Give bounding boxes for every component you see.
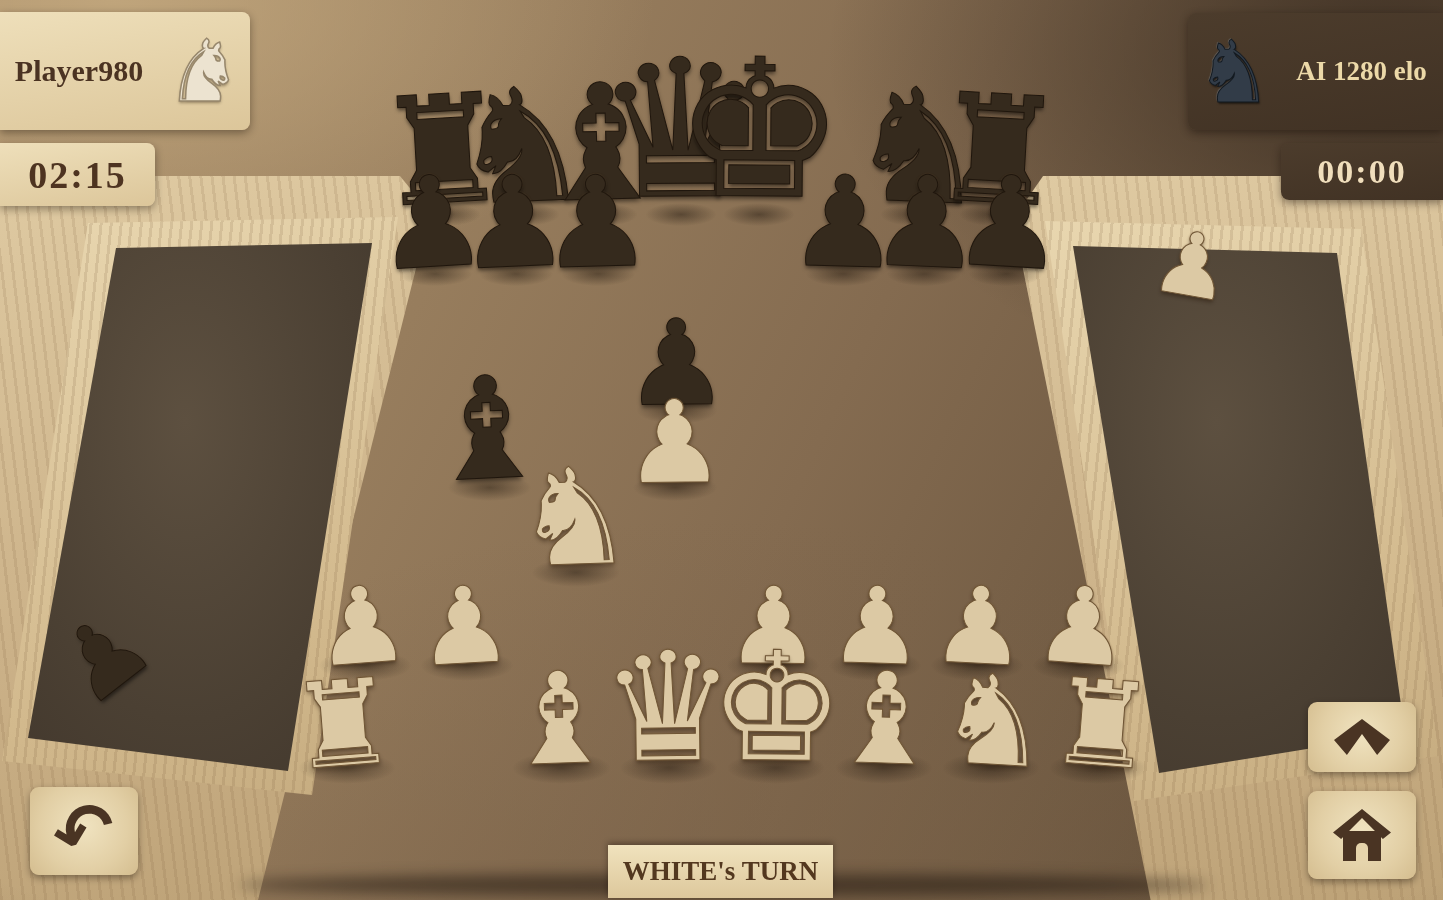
camera-up-button[interactable] — [1308, 702, 1416, 772]
square-f5[interactable] — [808, 378, 903, 453]
black-clock-time: 00:00 — [1317, 153, 1406, 191]
square-g6[interactable] — [887, 310, 981, 378]
file-label-bottom-b: B — [385, 834, 502, 876]
square-d3[interactable] — [622, 534, 722, 623]
piece-glyph: ♜ — [1045, 661, 1160, 787]
piece-glyph: ♞ — [512, 450, 636, 587]
file-label-bottom-f: F — [833, 834, 948, 876]
ai-player-panel: ♞ AI 1280 elo — [1188, 13, 1443, 130]
file-label-bottom-g: G — [944, 834, 1061, 876]
piece-glyph: ♝ — [826, 654, 944, 785]
legal-move-ring-d3[interactable]: ✳ — [634, 544, 711, 614]
square-f4[interactable] — [812, 453, 911, 534]
file-label-bottom-a: A — [273, 834, 392, 876]
white-player-name: Player980 — [0, 54, 158, 88]
white-clock-time: 02:15 — [28, 153, 127, 197]
ai-player-name: AI 1280 elo — [1280, 56, 1443, 87]
white-player-panel: Player980 ♞ — [0, 12, 250, 130]
undo-arrow-icon: ↶ — [45, 788, 123, 875]
file-label-bottom-c: C — [498, 834, 613, 876]
turn-banner-text: WHITE's TURN — [623, 856, 818, 887]
piece-glyph: ♚ — [708, 631, 845, 784]
undo-button[interactable]: ↶ — [30, 787, 138, 875]
piece-glyph: ♞ — [935, 656, 1053, 787]
square-e6[interactable] — [721, 310, 808, 378]
white-clock: 02:15 — [0, 143, 155, 206]
turn-banner: WHITE's TURN — [608, 845, 833, 898]
piece-glyph: ♟ — [539, 158, 655, 287]
black-clock: 00:00 — [1281, 143, 1443, 200]
piece-glyph: ♟ — [949, 156, 1069, 288]
home-button[interactable] — [1308, 791, 1416, 879]
home-icon — [1333, 809, 1391, 861]
square-g4[interactable] — [903, 453, 1007, 534]
square-e4[interactable] — [721, 453, 816, 534]
game-screen: ✳✳✳✳✳AABBCCDDEEFFGGHH1122334455667788 ♜♞… — [0, 0, 1443, 900]
piece-glyph: ♜ — [285, 661, 400, 787]
square-e5[interactable] — [721, 378, 812, 453]
chevron-up-icon — [1334, 719, 1390, 755]
square-f6[interactable] — [804, 310, 895, 378]
square-g5[interactable] — [895, 378, 994, 453]
black-knight-icon: ♞ — [1188, 29, 1280, 115]
white-knight-icon: ♞ — [158, 28, 250, 114]
piece-glyph: ♟ — [623, 386, 727, 501]
